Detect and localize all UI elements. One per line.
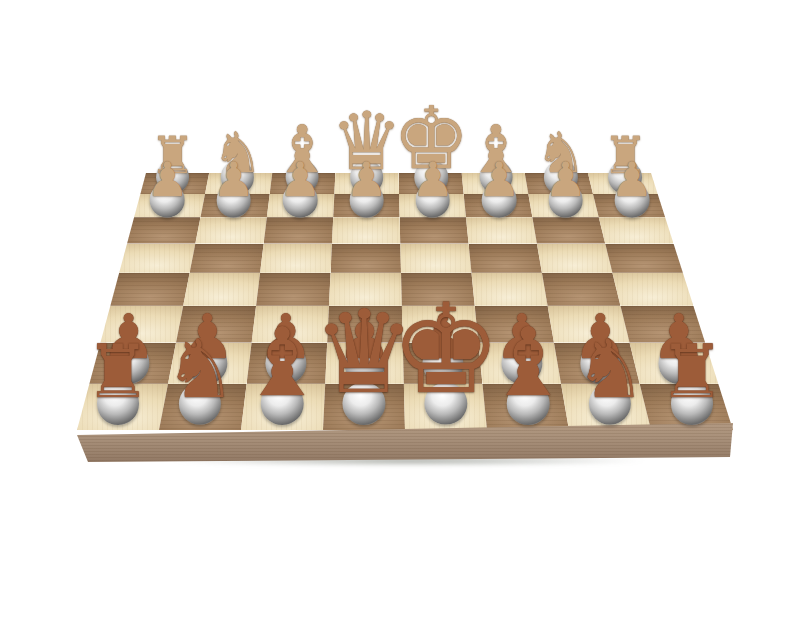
rook-glyph: ♜	[85, 338, 151, 406]
piece-white-pawn-h2[interactable]: ♟	[611, 158, 654, 217]
pawn-glyph: ♟	[478, 158, 521, 202]
piece-white-pawn-g2[interactable]: ♟	[544, 158, 587, 217]
piece-black-bishop-f8[interactable]: ♝	[486, 319, 571, 425]
pawn-glyph: ♟	[611, 158, 654, 202]
piece-black-knight-b8[interactable]: ♞	[164, 332, 236, 425]
piece-white-pawn-d2[interactable]: ♟	[345, 158, 388, 217]
rook-glyph: ♜	[659, 338, 725, 406]
pawn-glyph: ♟	[279, 158, 322, 202]
piece-white-pawn-a2[interactable]: ♟	[146, 158, 189, 217]
product-photo-scene: ♜♞♝♛♚♝♞♜♟♟♟♟♟♟♟♟♟♟♟♟♟♟♟♟♜♞♝♛♚♝♞♜	[0, 0, 800, 625]
piece-black-knight-g8[interactable]: ♞	[574, 332, 646, 425]
pawn-glyph: ♟	[146, 158, 189, 202]
pawn-glyph: ♟	[212, 158, 255, 202]
piece-black-rook-h8[interactable]: ♜	[659, 338, 725, 425]
pawn-glyph: ♟	[544, 158, 587, 202]
bishop-glyph: ♝	[486, 319, 571, 406]
piece-white-pawn-f2[interactable]: ♟	[478, 158, 521, 217]
piece-white-pawn-c2[interactable]: ♟	[279, 158, 322, 217]
knight-glyph: ♞	[164, 332, 236, 406]
piece-black-rook-a8[interactable]: ♜	[85, 338, 151, 425]
pieces-layer: ♜♞♝♛♚♝♞♜♟♟♟♟♟♟♟♟♟♟♟♟♟♟♟♟♜♞♝♛♚♝♞♜	[0, 0, 800, 625]
piece-white-pawn-e2[interactable]: ♟	[411, 158, 454, 217]
knight-glyph: ♞	[574, 332, 646, 406]
pawn-glyph: ♟	[345, 158, 388, 202]
piece-white-pawn-b2[interactable]: ♟	[212, 158, 255, 217]
pawn-glyph: ♟	[411, 158, 454, 202]
